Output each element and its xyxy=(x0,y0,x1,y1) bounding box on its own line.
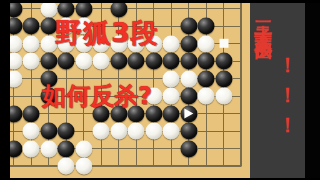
board-point[interactable] xyxy=(162,88,180,106)
board-point[interactable] xyxy=(22,123,40,141)
white-stone xyxy=(40,140,57,157)
board-point[interactable] xyxy=(92,53,110,71)
white-stone xyxy=(93,123,110,140)
white-stone xyxy=(75,158,92,175)
overlay-title-text: 野狐3段 xyxy=(55,19,159,46)
board-point[interactable] xyxy=(127,53,145,71)
board-point[interactable] xyxy=(22,70,40,88)
panel-exclamation-marks: ！！！ xyxy=(278,43,298,133)
board-point[interactable] xyxy=(75,158,93,176)
board-point[interactable] xyxy=(10,3,22,18)
black-stone xyxy=(58,140,75,157)
board-point[interactable] xyxy=(40,158,58,176)
black-stone xyxy=(180,123,197,140)
black-stone xyxy=(128,53,145,70)
white-stone xyxy=(128,123,145,140)
board-point[interactable] xyxy=(75,123,93,141)
board-point[interactable] xyxy=(197,70,215,88)
board-point[interactable] xyxy=(92,140,110,158)
board-point[interactable] xyxy=(22,88,40,106)
board-point[interactable] xyxy=(232,105,250,123)
black-stone xyxy=(163,105,180,122)
board-point[interactable] xyxy=(10,18,22,36)
board-point[interactable] xyxy=(180,140,198,158)
triangle-last-move-marker xyxy=(184,109,193,119)
board-point[interactable] xyxy=(57,53,75,71)
board-point[interactable] xyxy=(145,123,163,141)
board-point[interactable] xyxy=(162,123,180,141)
board-point[interactable] xyxy=(215,140,233,158)
board-point[interactable] xyxy=(57,158,75,176)
white-stone xyxy=(23,123,40,140)
board-point[interactable] xyxy=(197,18,215,36)
board-point[interactable] xyxy=(145,158,163,176)
board-point[interactable] xyxy=(22,18,40,36)
board-point[interactable] xyxy=(215,70,233,88)
board-point[interactable] xyxy=(92,158,110,176)
board-point[interactable] xyxy=(57,140,75,158)
panel-vertical-caption: 三十子大龙被围 xyxy=(253,7,273,32)
white-stone xyxy=(58,158,75,175)
black-stone xyxy=(23,18,40,35)
board-point[interactable] xyxy=(10,88,22,106)
board-point[interactable] xyxy=(180,53,198,71)
board-point[interactable] xyxy=(75,53,93,71)
black-stone xyxy=(145,53,162,70)
black-stone xyxy=(198,53,215,70)
white-stone xyxy=(93,53,110,70)
board-point[interactable] xyxy=(180,105,198,123)
board-point[interactable] xyxy=(232,3,250,18)
board-point[interactable] xyxy=(40,123,58,141)
white-stone xyxy=(75,53,92,70)
board-point[interactable] xyxy=(10,70,22,88)
board-point[interactable] xyxy=(215,3,233,18)
board-point[interactable] xyxy=(197,158,215,176)
black-stone xyxy=(23,105,40,122)
board-point[interactable] xyxy=(162,140,180,158)
board-point[interactable] xyxy=(232,140,250,158)
board-point[interactable] xyxy=(10,105,22,123)
board-point[interactable] xyxy=(110,158,128,176)
board-point[interactable] xyxy=(162,158,180,176)
board-point[interactable] xyxy=(197,3,215,18)
white-stone xyxy=(23,35,40,52)
bottom-letterbox-bar xyxy=(0,178,320,180)
white-stone xyxy=(40,3,57,17)
black-stone xyxy=(180,35,197,52)
black-stone xyxy=(110,3,127,17)
board-point[interactable] xyxy=(162,53,180,71)
white-stone xyxy=(23,140,40,157)
black-stone xyxy=(58,123,75,140)
board-point[interactable] xyxy=(180,35,198,53)
white-stone xyxy=(10,70,22,87)
board-point[interactable] xyxy=(22,105,40,123)
board-point[interactable] xyxy=(180,3,198,18)
black-stone xyxy=(75,3,92,17)
board-point[interactable] xyxy=(215,18,233,36)
black-stone xyxy=(10,18,22,35)
side-panel: 三十子大龙被围 ！！！ xyxy=(250,3,305,178)
board-point[interactable] xyxy=(110,3,128,18)
board-point[interactable] xyxy=(162,35,180,53)
black-stone xyxy=(180,88,197,105)
board-point[interactable] xyxy=(92,3,110,18)
board-point[interactable] xyxy=(75,140,93,158)
board-point[interactable] xyxy=(162,3,180,18)
board-point[interactable] xyxy=(145,53,163,71)
board-point[interactable] xyxy=(162,105,180,123)
black-stone xyxy=(110,53,127,70)
board-point[interactable] xyxy=(40,140,58,158)
black-stone xyxy=(215,70,232,87)
board-point[interactable] xyxy=(197,35,215,53)
board-point[interactable] xyxy=(57,123,75,141)
black-stone xyxy=(198,18,215,35)
white-stone xyxy=(110,123,127,140)
board-point[interactable] xyxy=(197,123,215,141)
black-stone xyxy=(40,123,57,140)
board-point[interactable] xyxy=(180,123,198,141)
white-stone xyxy=(75,140,92,157)
black-stone xyxy=(180,140,197,157)
white-stone xyxy=(145,123,162,140)
board-point[interactable] xyxy=(127,140,145,158)
black-stone xyxy=(58,3,75,17)
black-stone xyxy=(163,53,180,70)
black-stone xyxy=(58,53,75,70)
board-point[interactable] xyxy=(232,18,250,36)
board-point[interactable] xyxy=(232,88,250,106)
board-point[interactable] xyxy=(22,3,40,18)
board-point[interactable] xyxy=(215,123,233,141)
board-point[interactable] xyxy=(10,53,22,71)
white-stone xyxy=(163,123,180,140)
board-point[interactable] xyxy=(180,88,198,106)
board-point[interactable] xyxy=(197,105,215,123)
black-stone xyxy=(198,70,215,87)
board-point[interactable] xyxy=(162,70,180,88)
board-point[interactable] xyxy=(215,35,233,53)
top-letterbox-bar xyxy=(0,0,320,3)
board-point[interactable] xyxy=(180,18,198,36)
board-point[interactable] xyxy=(110,53,128,71)
board-point[interactable] xyxy=(232,123,250,141)
board-point[interactable] xyxy=(232,53,250,71)
left-letterbox-bar xyxy=(0,0,10,180)
board-point[interactable] xyxy=(232,158,250,176)
black-stone xyxy=(10,140,22,157)
board-point[interactable] xyxy=(92,123,110,141)
black-stone xyxy=(180,18,197,35)
black-stone xyxy=(40,53,57,70)
board-point[interactable] xyxy=(10,123,22,141)
board-point[interactable] xyxy=(215,53,233,71)
board-point[interactable] xyxy=(232,35,250,53)
square-point-marker xyxy=(219,39,228,48)
white-stone xyxy=(215,88,232,105)
board-point[interactable] xyxy=(180,70,198,88)
board-point[interactable] xyxy=(127,3,145,18)
white-stone xyxy=(23,53,40,70)
right-black-strip xyxy=(305,0,320,180)
board-point[interactable] xyxy=(145,140,163,158)
board-point[interactable] xyxy=(232,70,250,88)
board-point[interactable] xyxy=(10,140,22,158)
board-point[interactable] xyxy=(40,53,58,71)
board-point[interactable] xyxy=(215,105,233,123)
white-stone xyxy=(180,70,197,87)
board-point[interactable] xyxy=(40,3,58,18)
board-point[interactable] xyxy=(22,158,40,176)
board-point[interactable] xyxy=(110,123,128,141)
white-stone xyxy=(198,88,215,105)
board-point[interactable] xyxy=(22,140,40,158)
board-point[interactable] xyxy=(22,53,40,71)
board-point[interactable] xyxy=(215,88,233,106)
board-point[interactable] xyxy=(10,35,22,53)
white-stone xyxy=(163,35,180,52)
white-stone xyxy=(10,53,22,70)
white-stone xyxy=(163,70,180,87)
board-point[interactable] xyxy=(197,88,215,106)
board-point[interactable] xyxy=(75,3,93,18)
black-stone xyxy=(180,53,197,70)
board-point[interactable] xyxy=(180,158,198,176)
overlay-question-text: 如何反杀? xyxy=(42,84,152,108)
white-stone xyxy=(10,35,22,52)
board-point[interactable] xyxy=(162,18,180,36)
board-point[interactable] xyxy=(57,3,75,18)
black-stone xyxy=(10,3,22,17)
board-point[interactable] xyxy=(197,140,215,158)
board-point[interactable] xyxy=(145,3,163,18)
white-stone xyxy=(163,88,180,105)
black-stone xyxy=(10,105,22,122)
board-point[interactable] xyxy=(10,158,22,176)
board-point[interactable] xyxy=(127,158,145,176)
white-stone xyxy=(198,35,215,52)
board-point[interactable] xyxy=(127,123,145,141)
board-point[interactable] xyxy=(110,140,128,158)
board-point[interactable] xyxy=(215,158,233,176)
black-stone xyxy=(180,105,197,122)
board-point[interactable] xyxy=(22,35,40,53)
black-stone xyxy=(215,53,232,70)
board-point[interactable] xyxy=(197,53,215,71)
